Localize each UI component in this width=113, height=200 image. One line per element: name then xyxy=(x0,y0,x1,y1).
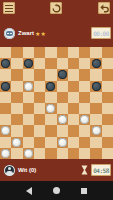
board-square[interactable] xyxy=(11,81,22,92)
board-square[interactable] xyxy=(34,58,45,69)
board-square[interactable] xyxy=(68,137,79,148)
board-square[interactable] xyxy=(23,114,34,125)
black-man[interactable]: ⛂ xyxy=(58,70,67,79)
board-square[interactable] xyxy=(11,58,22,69)
board-square[interactable] xyxy=(79,103,90,114)
black-man[interactable]: ⛂ xyxy=(92,59,101,68)
board-square[interactable] xyxy=(0,92,11,103)
board-square[interactable] xyxy=(68,47,79,58)
board-square[interactable] xyxy=(102,69,113,80)
board-square[interactable]: ⛀ xyxy=(90,125,101,136)
board-square[interactable] xyxy=(57,103,68,114)
board-square[interactable]: ⛀ xyxy=(11,137,22,148)
black-man[interactable]: ⛂ xyxy=(92,82,101,91)
difficulty-stars: ★★ xyxy=(35,30,46,37)
board-square[interactable] xyxy=(11,125,22,136)
board-square[interactable] xyxy=(0,103,11,114)
robot-icon xyxy=(6,31,13,36)
board-square[interactable] xyxy=(79,69,90,80)
board-square[interactable] xyxy=(23,92,34,103)
board-square[interactable] xyxy=(57,92,68,103)
board-square[interactable]: ⛂ xyxy=(0,58,11,69)
board-square[interactable] xyxy=(102,47,113,58)
board-square[interactable] xyxy=(11,103,22,114)
player-avatar xyxy=(4,165,15,176)
board-square[interactable]: ⛂ xyxy=(0,81,11,92)
board-square[interactable] xyxy=(11,148,22,159)
hourglass-icon xyxy=(81,165,88,175)
board-square[interactable] xyxy=(79,125,90,136)
board-square[interactable] xyxy=(34,103,45,114)
board-square[interactable] xyxy=(90,114,101,125)
white-man[interactable]: ⛀ xyxy=(92,126,101,135)
board-square[interactable]: ⛂ xyxy=(90,81,101,92)
opponent-avatar xyxy=(4,28,15,39)
board-square[interactable] xyxy=(45,69,56,80)
white-man[interactable]: ⛀ xyxy=(1,149,10,158)
white-man[interactable]: ⛀ xyxy=(58,115,67,124)
home-icon[interactable] xyxy=(53,187,60,194)
white-man[interactable]: ⛀ xyxy=(24,82,33,91)
board-square[interactable] xyxy=(45,47,56,58)
board-square[interactable] xyxy=(79,137,90,148)
white-man[interactable]: ⛀ xyxy=(1,126,10,135)
board-square[interactable] xyxy=(11,92,22,103)
board-square[interactable] xyxy=(68,58,79,69)
white-man[interactable]: ⛀ xyxy=(24,149,33,158)
board-square[interactable] xyxy=(102,92,113,103)
board-square[interactable] xyxy=(34,81,45,92)
board-square[interactable] xyxy=(34,69,45,80)
board-square[interactable] xyxy=(45,58,56,69)
board-square[interactable] xyxy=(102,103,113,114)
board-square[interactable] xyxy=(90,103,101,114)
board-square[interactable] xyxy=(90,92,101,103)
black-man[interactable]: ⛂ xyxy=(1,59,10,68)
black-man[interactable]: ⛂ xyxy=(24,59,33,68)
board-square[interactable] xyxy=(79,58,90,69)
board-square[interactable] xyxy=(34,137,45,148)
board-square[interactable] xyxy=(11,69,22,80)
board-square[interactable] xyxy=(68,69,79,80)
board-square[interactable]: ⛀ xyxy=(23,148,34,159)
board-square[interactable] xyxy=(102,125,113,136)
board-square[interactable]: ⛀ xyxy=(0,148,11,159)
undo-arrow-icon xyxy=(100,4,109,13)
board-square[interactable] xyxy=(34,125,45,136)
white-man[interactable]: ⛀ xyxy=(12,138,21,147)
checkers-app-screen: Zwart ★★ 00:00 ⛂⛂⛂⛂⛂⛀⛂⛂⛀⛀⛀⛀⛀⛀⛀⛀⛀ Wit (0)… xyxy=(0,0,113,200)
board-square[interactable]: ⛀ xyxy=(57,137,68,148)
board-square[interactable] xyxy=(102,137,113,148)
board-square[interactable] xyxy=(45,92,56,103)
board-square[interactable] xyxy=(23,137,34,148)
board-square[interactable]: ⛂ xyxy=(45,81,56,92)
back-icon[interactable] xyxy=(26,187,32,195)
board-square[interactable] xyxy=(90,137,101,148)
board-square[interactable] xyxy=(0,114,11,125)
undo-button[interactable] xyxy=(98,2,110,14)
black-man[interactable]: ⛂ xyxy=(1,82,10,91)
player-bar: Wit (0) 04:58 xyxy=(0,159,113,181)
board-square[interactable] xyxy=(57,81,68,92)
board-square[interactable] xyxy=(68,114,79,125)
board-square[interactable] xyxy=(79,92,90,103)
board-square[interactable] xyxy=(102,114,113,125)
board-square[interactable] xyxy=(45,148,56,159)
player-name: Wit (0) xyxy=(18,167,36,173)
board-square[interactable] xyxy=(23,69,34,80)
board-square[interactable] xyxy=(45,137,56,148)
board-square[interactable] xyxy=(90,47,101,58)
board-square[interactable] xyxy=(23,125,34,136)
hamburger-menu-icon xyxy=(5,5,13,12)
board-square[interactable]: ⛀ xyxy=(57,114,68,125)
black-man[interactable]: ⛂ xyxy=(46,82,55,91)
board-square[interactable] xyxy=(79,148,90,159)
board-square[interactable] xyxy=(102,81,113,92)
board-square[interactable] xyxy=(90,148,101,159)
board: ⛂⛂⛂⛂⛂⛀⛂⛂⛀⛀⛀⛀⛀⛀⛀⛀⛀ xyxy=(0,47,113,159)
board-square[interactable] xyxy=(68,92,79,103)
board-square[interactable] xyxy=(79,47,90,58)
board-square[interactable] xyxy=(23,103,34,114)
opponent-name: Zwart xyxy=(18,30,34,36)
opponent-bar: Zwart ★★ 00:00 xyxy=(0,26,113,40)
board-square[interactable] xyxy=(0,69,11,80)
board-square[interactable] xyxy=(57,47,68,58)
menu-button[interactable] xyxy=(3,2,15,14)
board-square[interactable] xyxy=(68,148,79,159)
opponent-clock: 00:00 xyxy=(91,27,111,39)
white-man[interactable]: ⛀ xyxy=(58,138,67,147)
board-square[interactable] xyxy=(34,47,45,58)
board-square[interactable]: ⛂ xyxy=(23,58,34,69)
board-square[interactable] xyxy=(34,92,45,103)
board-square[interactable]: ⛀ xyxy=(23,81,34,92)
board-square[interactable] xyxy=(79,81,90,92)
new-game-button[interactable] xyxy=(50,2,62,14)
board-square[interactable] xyxy=(90,69,101,80)
board-square[interactable]: ⛀ xyxy=(79,114,90,125)
recents-icon[interactable] xyxy=(81,188,87,194)
board-square[interactable] xyxy=(68,125,79,136)
board-square[interactable] xyxy=(45,114,56,125)
board-square[interactable] xyxy=(102,58,113,69)
player-clock: 04:58 xyxy=(91,164,111,176)
android-nav-bar xyxy=(0,181,113,200)
board-square[interactable] xyxy=(45,125,56,136)
board-square[interactable] xyxy=(102,148,113,159)
board-square[interactable] xyxy=(68,81,79,92)
board-square[interactable] xyxy=(0,47,11,58)
board-square[interactable]: ⛂ xyxy=(90,58,101,69)
person-icon xyxy=(8,167,11,170)
board-square[interactable] xyxy=(0,137,11,148)
board-square[interactable] xyxy=(11,47,22,58)
app-header: Zwart ★★ 00:00 xyxy=(0,0,113,47)
board-square[interactable] xyxy=(11,114,22,125)
board-square[interactable]: ⛀ xyxy=(45,103,56,114)
board-square[interactable] xyxy=(57,58,68,69)
board-square[interactable] xyxy=(57,125,68,136)
refresh-icon xyxy=(52,4,61,13)
board-square[interactable]: ⛂ xyxy=(57,69,68,80)
white-man[interactable]: ⛀ xyxy=(46,104,55,113)
board-square[interactable] xyxy=(23,47,34,58)
board-square[interactable] xyxy=(34,148,45,159)
board-square[interactable]: ⛀ xyxy=(0,125,11,136)
board-square[interactable] xyxy=(34,114,45,125)
white-man[interactable]: ⛀ xyxy=(80,115,89,124)
board-square[interactable] xyxy=(57,148,68,159)
board-square[interactable] xyxy=(68,103,79,114)
